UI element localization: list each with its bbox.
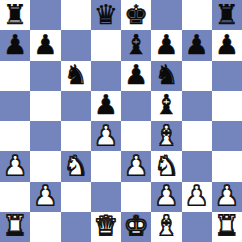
square-d1[interactable]: ♛ bbox=[91, 212, 121, 242]
piece-black-pawn[interactable]: ♟ bbox=[185, 31, 209, 58]
square-g6[interactable] bbox=[182, 61, 212, 91]
piece-white-pawn[interactable]: ♟ bbox=[124, 152, 148, 179]
square-a8[interactable]: ♜ bbox=[0, 0, 30, 30]
piece-black-queen[interactable]: ♛ bbox=[94, 1, 118, 28]
square-b7[interactable]: ♟ bbox=[30, 30, 60, 60]
square-f8[interactable] bbox=[151, 0, 181, 30]
square-e5[interactable] bbox=[121, 91, 151, 121]
piece-black-pawn[interactable]: ♟ bbox=[124, 61, 148, 88]
square-a5[interactable] bbox=[0, 91, 30, 121]
square-g4[interactable] bbox=[182, 121, 212, 151]
square-g1[interactable] bbox=[182, 212, 212, 242]
square-b4[interactable] bbox=[30, 121, 60, 151]
square-h7[interactable]: ♟ bbox=[212, 30, 242, 60]
square-a1[interactable]: ♜ bbox=[0, 212, 30, 242]
piece-black-rook[interactable]: ♜ bbox=[215, 1, 239, 28]
square-b6[interactable] bbox=[30, 61, 60, 91]
square-f3[interactable]: ♞ bbox=[151, 151, 181, 181]
square-d3[interactable] bbox=[91, 151, 121, 181]
piece-black-pawn[interactable]: ♟ bbox=[3, 31, 27, 58]
square-a4[interactable] bbox=[0, 121, 30, 151]
square-d8[interactable]: ♛ bbox=[91, 0, 121, 30]
square-c3[interactable]: ♞ bbox=[61, 151, 91, 181]
piece-black-pawn[interactable]: ♟ bbox=[215, 31, 239, 58]
square-g3[interactable] bbox=[182, 151, 212, 181]
square-b1[interactable] bbox=[30, 212, 60, 242]
square-f7[interactable]: ♟ bbox=[151, 30, 181, 60]
square-a6[interactable] bbox=[0, 61, 30, 91]
piece-black-bishop[interactable]: ♝ bbox=[154, 91, 178, 118]
piece-black-king[interactable]: ♚ bbox=[124, 1, 148, 28]
piece-black-pawn[interactable]: ♟ bbox=[94, 91, 118, 118]
piece-white-queen[interactable]: ♛ bbox=[94, 212, 118, 239]
piece-white-rook[interactable]: ♜ bbox=[215, 212, 239, 239]
chess-board: ♜♛♚♜♟♟♝♟♟♟♞♟♞♟♝♟♝♟♞♟♞♟♟♟♟♜♛♚♝♜ bbox=[0, 0, 242, 242]
square-d2[interactable] bbox=[91, 182, 121, 212]
piece-black-pawn[interactable]: ♟ bbox=[33, 31, 57, 58]
piece-black-pawn[interactable]: ♟ bbox=[154, 31, 178, 58]
square-e6[interactable]: ♟ bbox=[121, 61, 151, 91]
square-c1[interactable] bbox=[61, 212, 91, 242]
piece-white-pawn[interactable]: ♟ bbox=[94, 122, 118, 149]
square-b2[interactable]: ♟ bbox=[30, 182, 60, 212]
square-e1[interactable]: ♚ bbox=[121, 212, 151, 242]
piece-white-knight[interactable]: ♞ bbox=[154, 152, 178, 179]
piece-white-king[interactable]: ♚ bbox=[124, 212, 148, 239]
square-h8[interactable]: ♜ bbox=[212, 0, 242, 30]
square-b8[interactable] bbox=[30, 0, 60, 30]
square-h6[interactable] bbox=[212, 61, 242, 91]
piece-white-pawn[interactable]: ♟ bbox=[33, 182, 57, 209]
piece-black-bishop[interactable]: ♝ bbox=[124, 31, 148, 58]
square-c2[interactable] bbox=[61, 182, 91, 212]
piece-white-bishop[interactable]: ♝ bbox=[154, 212, 178, 239]
square-c5[interactable] bbox=[61, 91, 91, 121]
piece-white-knight[interactable]: ♞ bbox=[64, 152, 88, 179]
piece-white-pawn[interactable]: ♟ bbox=[215, 182, 239, 209]
square-h1[interactable]: ♜ bbox=[212, 212, 242, 242]
piece-white-pawn[interactable]: ♟ bbox=[185, 182, 209, 209]
square-d4[interactable]: ♟ bbox=[91, 121, 121, 151]
square-h5[interactable] bbox=[212, 91, 242, 121]
square-e4[interactable] bbox=[121, 121, 151, 151]
piece-white-bishop[interactable]: ♝ bbox=[154, 122, 178, 149]
square-g2[interactable]: ♟ bbox=[182, 182, 212, 212]
square-a7[interactable]: ♟ bbox=[0, 30, 30, 60]
square-f1[interactable]: ♝ bbox=[151, 212, 181, 242]
square-e2[interactable] bbox=[121, 182, 151, 212]
square-h3[interactable] bbox=[212, 151, 242, 181]
square-a3[interactable]: ♟ bbox=[0, 151, 30, 181]
piece-white-pawn[interactable]: ♟ bbox=[3, 152, 27, 179]
square-g7[interactable]: ♟ bbox=[182, 30, 212, 60]
square-g5[interactable] bbox=[182, 91, 212, 121]
square-e3[interactable]: ♟ bbox=[121, 151, 151, 181]
square-g8[interactable] bbox=[182, 0, 212, 30]
square-c7[interactable] bbox=[61, 30, 91, 60]
square-h2[interactable]: ♟ bbox=[212, 182, 242, 212]
square-f6[interactable]: ♞ bbox=[151, 61, 181, 91]
square-e7[interactable]: ♝ bbox=[121, 30, 151, 60]
square-c6[interactable]: ♞ bbox=[61, 61, 91, 91]
square-d5[interactable]: ♟ bbox=[91, 91, 121, 121]
square-d7[interactable] bbox=[91, 30, 121, 60]
piece-black-rook[interactable]: ♜ bbox=[3, 1, 27, 28]
square-c4[interactable] bbox=[61, 121, 91, 151]
square-c8[interactable] bbox=[61, 0, 91, 30]
square-f5[interactable]: ♝ bbox=[151, 91, 181, 121]
square-f4[interactable]: ♝ bbox=[151, 121, 181, 151]
square-b5[interactable] bbox=[30, 91, 60, 121]
piece-white-pawn[interactable]: ♟ bbox=[154, 182, 178, 209]
square-b3[interactable] bbox=[30, 151, 60, 181]
square-f2[interactable]: ♟ bbox=[151, 182, 181, 212]
square-h4[interactable] bbox=[212, 121, 242, 151]
piece-white-rook[interactable]: ♜ bbox=[3, 212, 27, 239]
square-e8[interactable]: ♚ bbox=[121, 0, 151, 30]
piece-black-knight[interactable]: ♞ bbox=[64, 61, 88, 88]
piece-black-knight[interactable]: ♞ bbox=[154, 61, 178, 88]
square-a2[interactable] bbox=[0, 182, 30, 212]
square-d6[interactable] bbox=[91, 61, 121, 91]
